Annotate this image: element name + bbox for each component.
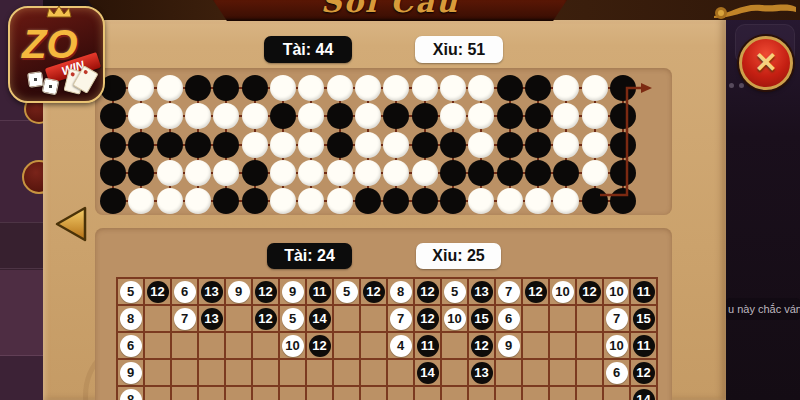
result-cell: 14 (415, 360, 442, 387)
result-cell: 10 (280, 333, 307, 360)
trend-arrow-icon (595, 80, 657, 205)
tai-bead (525, 103, 551, 129)
xiu-bead (553, 103, 579, 129)
result-cell: 12 (469, 333, 496, 360)
result-cell: 9 (496, 333, 523, 360)
title-plaque: Soi Cầu (213, 0, 567, 21)
result-cell (172, 387, 199, 400)
tai-bead (213, 188, 239, 214)
tai-bead (525, 132, 551, 158)
tai-bead (327, 132, 353, 158)
xiu-bead (242, 103, 268, 129)
result-cell: 8 (118, 387, 145, 400)
tai-bead (100, 103, 126, 129)
tai-result-chip: 13 (471, 281, 493, 303)
result-board: 5126139129115128125137121012101187131251… (95, 228, 672, 400)
result-cell (145, 387, 172, 400)
result-cell (334, 360, 361, 387)
tai-bead (440, 160, 466, 186)
xiu-bead (525, 188, 551, 214)
xiu-result-chip: 9 (120, 362, 142, 384)
tai-bead (468, 160, 494, 186)
result-cell (226, 306, 253, 333)
result-cell (172, 333, 199, 360)
page-title: Soi Cầu (213, 0, 567, 19)
result-cell: 11 (307, 279, 334, 306)
xiu-bead (383, 132, 409, 158)
tai-bead (412, 188, 438, 214)
result-cell (226, 387, 253, 400)
xiu-bead (128, 103, 154, 129)
xiu-bead (497, 188, 523, 214)
result-cell: 12 (415, 306, 442, 333)
xiu-bead (270, 75, 296, 101)
result-grid: 5126139129115128125137121012101187131251… (116, 277, 658, 400)
result-cell (334, 333, 361, 360)
result-cell: 6 (604, 360, 631, 387)
result-cell (388, 360, 415, 387)
result-cell (469, 387, 496, 400)
xiu-bead (383, 160, 409, 186)
tai-result-chip: 11 (417, 335, 439, 357)
result-cell (280, 360, 307, 387)
xiu-bead (440, 103, 466, 129)
tai-result-chip: 12 (309, 335, 331, 357)
xiu-bead (553, 188, 579, 214)
xiu-bead (185, 188, 211, 214)
result-cell: 13 (199, 279, 226, 306)
xiu-bead (298, 103, 324, 129)
result-cell: 13 (469, 360, 496, 387)
tai-bead (497, 75, 523, 101)
result-cell (442, 360, 469, 387)
xiu-bead (157, 103, 183, 129)
tai-bead (100, 160, 126, 186)
result-cell (442, 333, 469, 360)
tai-bead (553, 160, 579, 186)
tai-result-chip: 12 (255, 308, 277, 330)
result-cell: 13 (469, 279, 496, 306)
xiu-bead (213, 160, 239, 186)
xiu-bead (468, 188, 494, 214)
xiu-bead (468, 75, 494, 101)
result-cell: 11 (415, 333, 442, 360)
result-cell (550, 306, 577, 333)
result-cell: 12 (523, 279, 550, 306)
tai-bead (525, 75, 551, 101)
xiu-bead (298, 132, 324, 158)
result-cell (523, 333, 550, 360)
xiu-bead (185, 103, 211, 129)
xiu-bead (327, 188, 353, 214)
result-cell: 12 (415, 279, 442, 306)
tai-bead (525, 160, 551, 186)
xiu-result-chip: 6 (498, 308, 520, 330)
bead-road-board (95, 68, 672, 215)
xiu-bead (355, 75, 381, 101)
divider (0, 355, 43, 356)
xiu-result-chip: 6 (606, 362, 628, 384)
result-cell: 7 (604, 306, 631, 333)
result-cell: 8 (388, 279, 415, 306)
tai-result-chip: 13 (201, 308, 223, 330)
result-cell (226, 333, 253, 360)
result-cell (253, 387, 280, 400)
result-cell (550, 387, 577, 400)
xiu-bead (270, 160, 296, 186)
result-cell (577, 360, 604, 387)
result-cell: 14 (631, 387, 658, 400)
xiu-result-chip: 7 (606, 308, 628, 330)
result-cell (496, 387, 523, 400)
bottom-tai-count-badge: Tài: 24 (267, 243, 352, 269)
result-cell (550, 360, 577, 387)
tai-bead (213, 75, 239, 101)
tai-result-chip: 14 (309, 308, 331, 330)
xiu-result-chip: 9 (498, 335, 520, 357)
xiu-result-chip: 10 (606, 335, 628, 357)
tai-result-chip: 12 (633, 362, 655, 384)
tai-bead (128, 132, 154, 158)
result-cell: 12 (253, 279, 280, 306)
xiu-bead (355, 103, 381, 129)
result-cell (388, 387, 415, 400)
close-button[interactable]: ✕ (739, 36, 793, 90)
ellipsis-dot-icon (739, 83, 744, 88)
result-cell (253, 333, 280, 360)
result-cell (199, 360, 226, 387)
tai-result-chip: 13 (471, 362, 493, 384)
result-cell (577, 306, 604, 333)
tai-result-chip: 13 (201, 281, 223, 303)
result-cell: 5 (334, 279, 361, 306)
tai-result-chip: 11 (309, 281, 331, 303)
tai-bead (497, 103, 523, 129)
result-cell (604, 387, 631, 400)
tai-bead (383, 103, 409, 129)
result-cell (361, 306, 388, 333)
tai-bead (100, 132, 126, 158)
xiu-result-chip: 8 (120, 389, 142, 400)
tai-result-chip: 12 (417, 281, 439, 303)
result-cell: 12 (361, 279, 388, 306)
xiu-result-chip: 7 (174, 308, 196, 330)
tai-result-chip: 12 (579, 281, 601, 303)
tai-bead (242, 188, 268, 214)
tai-bead (157, 132, 183, 158)
tai-result-chip: 12 (525, 281, 547, 303)
xiu-bead (298, 188, 324, 214)
xiu-bead (355, 160, 381, 186)
xiu-result-chip: 9 (228, 281, 250, 303)
result-cell: 12 (577, 279, 604, 306)
tai-result-chip: 12 (363, 281, 385, 303)
result-cell (307, 360, 334, 387)
result-cell (145, 306, 172, 333)
xiu-result-chip: 5 (444, 281, 466, 303)
result-cell (496, 360, 523, 387)
result-cell (145, 360, 172, 387)
xiu-result-chip: 7 (390, 308, 412, 330)
tai-result-chip: 14 (633, 389, 655, 400)
result-cell (253, 360, 280, 387)
xiu-bead (128, 75, 154, 101)
tai-bead (497, 132, 523, 158)
xiu-bead (327, 160, 353, 186)
result-cell: 11 (631, 279, 658, 306)
tai-result-chip: 15 (633, 308, 655, 330)
xiu-result-chip: 5 (282, 308, 304, 330)
divider (0, 222, 43, 223)
xiu-bead (157, 188, 183, 214)
xiu-result-chip: 10 (552, 281, 574, 303)
gold-flourish-icon (712, 0, 798, 20)
close-icon: ✕ (754, 49, 777, 77)
tai-result-chip: 14 (417, 362, 439, 384)
crown-icon (46, 5, 72, 18)
tai-bead (270, 103, 296, 129)
xiu-bead (298, 75, 324, 101)
result-cell (577, 333, 604, 360)
result-cell: 8 (118, 306, 145, 333)
result-cell (307, 387, 334, 400)
tai-bead (327, 103, 353, 129)
xiu-bead (157, 75, 183, 101)
result-cell: 7 (496, 279, 523, 306)
soi-cau-screen: u này chắc ván s Soi Cầu ZO WIN Tài: 44 … (0, 0, 800, 400)
tai-result-chip: 12 (255, 281, 277, 303)
xiu-bead (157, 160, 183, 186)
xiu-bead (242, 132, 268, 158)
zowin-logo[interactable]: ZO WIN (8, 6, 105, 103)
result-cell: 5 (280, 306, 307, 333)
xiu-bead (553, 132, 579, 158)
result-cell (415, 387, 442, 400)
dice-icon (27, 71, 44, 88)
result-cell (523, 387, 550, 400)
xiu-result-chip: 8 (390, 281, 412, 303)
bottom-xiu-count-badge: Xỉu: 25 (416, 243, 501, 269)
tai-result-chip: 12 (471, 335, 493, 357)
result-cell (226, 360, 253, 387)
tai-bead (185, 132, 211, 158)
tai-bead (412, 103, 438, 129)
xiu-bead (185, 160, 211, 186)
result-cell: 6 (172, 279, 199, 306)
tai-bead (242, 160, 268, 186)
result-cell: 12 (631, 360, 658, 387)
tai-result-chip: 11 (633, 281, 655, 303)
xiu-bead (412, 160, 438, 186)
result-cell: 6 (496, 306, 523, 333)
result-cell (523, 306, 550, 333)
tai-bead (440, 188, 466, 214)
result-cell: 7 (388, 306, 415, 333)
xiu-result-chip: 4 (390, 335, 412, 357)
result-cell (361, 387, 388, 400)
xiu-bead (468, 132, 494, 158)
tai-bead (412, 132, 438, 158)
xiu-result-chip: 7 (498, 281, 520, 303)
result-cell: 10 (604, 333, 631, 360)
tai-result-chip: 11 (633, 335, 655, 357)
result-cell: 10 (604, 279, 631, 306)
result-cell (361, 333, 388, 360)
divider (0, 268, 43, 269)
xiu-result-chip: 8 (120, 308, 142, 330)
ellipsis-dot-icon (729, 83, 734, 88)
xiu-bead (298, 160, 324, 186)
xiu-bead (327, 75, 353, 101)
result-cell (199, 387, 226, 400)
xiu-bead (270, 132, 296, 158)
result-cell: 12 (145, 279, 172, 306)
result-cell: 9 (118, 360, 145, 387)
tai-bead (213, 132, 239, 158)
result-cell (334, 387, 361, 400)
result-cell: 5 (118, 279, 145, 306)
xiu-bead (213, 103, 239, 129)
result-cell: 9 (226, 279, 253, 306)
xiu-bead (383, 75, 409, 101)
xiu-bead (553, 75, 579, 101)
result-cell (577, 387, 604, 400)
xiu-result-chip: 10 (444, 308, 466, 330)
tai-bead (128, 160, 154, 186)
result-cell: 10 (442, 306, 469, 333)
result-cell (334, 306, 361, 333)
tai-result-chip: 12 (147, 281, 169, 303)
tai-bead (242, 75, 268, 101)
result-cell: 15 (631, 306, 658, 333)
xiu-result-chip: 5 (120, 281, 142, 303)
chat-message: u này chắc ván s (728, 303, 800, 315)
result-cell (280, 387, 307, 400)
xiu-result-chip: 10 (606, 281, 628, 303)
xiu-result-chip: 6 (174, 281, 196, 303)
xiu-result-chip: 10 (282, 335, 304, 357)
result-cell: 10 (550, 279, 577, 306)
xiu-bead (412, 75, 438, 101)
xiu-result-chip: 5 (336, 281, 358, 303)
xiu-bead (270, 188, 296, 214)
result-cell (550, 333, 577, 360)
tai-result-chip: 12 (417, 308, 439, 330)
result-cell: 15 (469, 306, 496, 333)
result-cell: 11 (631, 333, 658, 360)
xiu-result-chip: 9 (282, 281, 304, 303)
result-cell (199, 333, 226, 360)
result-cell: 14 (307, 306, 334, 333)
result-cell: 13 (199, 306, 226, 333)
result-cell: 5 (442, 279, 469, 306)
result-cell: 7 (172, 306, 199, 333)
result-cell: 12 (253, 306, 280, 333)
result-cell: 9 (280, 279, 307, 306)
result-cell (145, 333, 172, 360)
top-xiu-count-badge: Xỉu: 51 (415, 36, 503, 63)
tai-bead (100, 188, 126, 214)
result-cell: 12 (307, 333, 334, 360)
result-cell (523, 360, 550, 387)
xiu-bead (468, 103, 494, 129)
result-cell: 6 (118, 333, 145, 360)
top-tai-count-badge: Tài: 44 (264, 36, 352, 63)
result-cell: 4 (388, 333, 415, 360)
xiu-bead (128, 188, 154, 214)
tai-bead (185, 75, 211, 101)
result-cell (361, 360, 388, 387)
back-button[interactable] (50, 203, 92, 245)
result-cell (172, 360, 199, 387)
xiu-bead (355, 132, 381, 158)
tai-result-chip: 15 (471, 308, 493, 330)
dice-icon (42, 78, 60, 96)
xiu-result-chip: 6 (120, 335, 142, 357)
xiu-bead (440, 75, 466, 101)
tai-bead (383, 188, 409, 214)
tai-bead (355, 188, 381, 214)
tai-bead (440, 132, 466, 158)
tai-bead (497, 160, 523, 186)
result-cell (442, 387, 469, 400)
